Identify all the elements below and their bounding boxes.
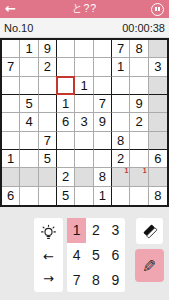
- cell-r1c9[interactable]: [149, 40, 167, 58]
- cell-r3c3[interactable]: [39, 77, 57, 95]
- sudoku-app-screen: ← と?? No.10 00:00:38 1978721315179463927…: [0, 0, 169, 300]
- cell-r4c9[interactable]: [149, 95, 167, 113]
- cell-r7c8[interactable]: [130, 150, 148, 168]
- app-header: ← と??: [0, 0, 169, 18]
- cell-r3c7[interactable]: [112, 77, 130, 95]
- cell-r6c9[interactable]: [149, 132, 167, 150]
- control-area: ← → 123456789 ✎: [0, 207, 169, 292]
- cell-r9c7[interactable]: [112, 187, 130, 205]
- cell-r9c6[interactable]: 1: [94, 187, 112, 205]
- pencil-note: 1: [124, 167, 128, 175]
- cell-r5c7[interactable]: [112, 113, 130, 131]
- hint-button[interactable]: [40, 224, 57, 242]
- cell-r6c6[interactable]: [94, 132, 112, 150]
- cell-r6c3[interactable]: 7: [39, 132, 57, 150]
- cell-r2c9[interactable]: 3: [149, 58, 167, 76]
- cell-r1c5[interactable]: [75, 40, 93, 58]
- keypad-digit-9[interactable]: 9: [106, 267, 125, 292]
- sudoku-board: 19787213151794639278152628116518: [0, 38, 169, 207]
- cell-r8c3[interactable]: [39, 168, 57, 186]
- arrow-left-icon: ←: [43, 249, 54, 264]
- number-pad: 123456789: [67, 218, 125, 292]
- next-button[interactable]: →: [43, 272, 54, 286]
- back-button[interactable]: ←: [5, 0, 25, 18]
- cell-r6c8[interactable]: [130, 132, 148, 150]
- cell-r6c4[interactable]: [57, 132, 75, 150]
- cell-r2c1[interactable]: 7: [2, 58, 20, 76]
- cell-r4c1[interactable]: [2, 95, 20, 113]
- cell-r8c1[interactable]: [2, 168, 20, 186]
- cell-r4c5[interactable]: [75, 95, 93, 113]
- cell-r9c5[interactable]: [75, 187, 93, 205]
- cell-r3c9[interactable]: [149, 77, 167, 95]
- cell-r7c5[interactable]: [75, 150, 93, 168]
- pause-button[interactable]: [144, 3, 164, 16]
- cell-r8c9[interactable]: [149, 168, 167, 186]
- pencil-icon: ✎: [142, 256, 156, 276]
- cell-r9c9[interactable]: 8: [149, 187, 167, 205]
- prev-button[interactable]: ←: [43, 250, 54, 264]
- cell-r2c8[interactable]: [130, 58, 148, 76]
- cell-r1c6[interactable]: [94, 40, 112, 58]
- lightbulb-icon: [40, 224, 57, 242]
- cell-r4c8[interactable]: 9: [130, 95, 148, 113]
- cell-r2c7[interactable]: 1: [112, 58, 130, 76]
- cell-r4c2[interactable]: 5: [20, 95, 38, 113]
- cell-r8c7[interactable]: 1: [112, 168, 130, 186]
- cell-r2c6[interactable]: [94, 58, 112, 76]
- cell-r5c9[interactable]: [149, 113, 167, 131]
- pencil-note: 1: [143, 167, 147, 175]
- puzzle-number: No.10: [4, 22, 33, 34]
- cell-r3c5[interactable]: 1: [75, 77, 93, 95]
- keypad-digit-5[interactable]: 5: [86, 243, 105, 268]
- keypad-digit-3[interactable]: 3: [106, 218, 125, 243]
- cell-r9c4[interactable]: 5: [57, 187, 75, 205]
- cell-r9c1[interactable]: 6: [2, 187, 20, 205]
- cell-r7c1[interactable]: 1: [2, 150, 20, 168]
- cell-r4c4[interactable]: 1: [57, 95, 75, 113]
- eraser-icon: [141, 222, 159, 240]
- cell-r7c4[interactable]: [57, 150, 75, 168]
- keypad-digit-2[interactable]: 2: [86, 218, 105, 243]
- cell-r8c8[interactable]: 1: [130, 168, 148, 186]
- tool-column: ✎: [135, 218, 164, 282]
- pause-icon: [151, 3, 164, 16]
- cell-r5c3[interactable]: [39, 113, 57, 131]
- cell-r3c1[interactable]: [2, 77, 20, 95]
- cell-r6c2[interactable]: [20, 132, 38, 150]
- cell-r6c5[interactable]: [75, 132, 93, 150]
- cell-r5c6[interactable]: 9: [94, 113, 112, 131]
- cell-r5c2[interactable]: 4: [20, 113, 38, 131]
- cell-r4c7[interactable]: [112, 95, 130, 113]
- cell-r9c3[interactable]: [39, 187, 57, 205]
- cell-r3c2[interactable]: [20, 77, 38, 95]
- cell-r9c8[interactable]: [130, 187, 148, 205]
- cell-r8c5[interactable]: [75, 168, 93, 186]
- keypad-digit-4[interactable]: 4: [67, 243, 86, 268]
- cell-r2c2[interactable]: [20, 58, 38, 76]
- cell-r5c5[interactable]: 3: [75, 113, 93, 131]
- back-arrow-icon: ←: [5, 1, 16, 16]
- cell-r3c6[interactable]: [94, 77, 112, 95]
- cell-r1c1[interactable]: [2, 40, 20, 58]
- keypad-digit-7[interactable]: 7: [67, 267, 86, 292]
- cell-r8c2[interactable]: [20, 168, 38, 186]
- cell-r6c1[interactable]: [2, 132, 20, 150]
- cell-r7c3[interactable]: 5: [39, 150, 57, 168]
- arrow-right-icon: →: [43, 271, 54, 286]
- eraser-button[interactable]: [136, 218, 163, 244]
- cell-r1c2[interactable]: 1: [20, 40, 38, 58]
- keypad-digit-1[interactable]: 1: [67, 218, 86, 243]
- timer: 00:00:38: [122, 22, 165, 34]
- cell-r2c3[interactable]: 2: [39, 58, 57, 76]
- nav-panel: ← →: [34, 218, 63, 292]
- cell-r8c6[interactable]: 8: [94, 168, 112, 186]
- cell-r1c8[interactable]: 8: [130, 40, 148, 58]
- cell-r5c4[interactable]: 6: [57, 113, 75, 131]
- cell-r3c4[interactable]: [57, 77, 75, 95]
- cell-r3c8[interactable]: [130, 77, 148, 95]
- cell-r1c3[interactable]: 9: [39, 40, 57, 58]
- status-bar: No.10 00:00:38: [0, 18, 169, 38]
- cell-r7c9[interactable]: 6: [149, 150, 167, 168]
- cell-r4c3[interactable]: [39, 95, 57, 113]
- cell-r7c2[interactable]: [20, 150, 38, 168]
- cell-r1c4[interactable]: [57, 40, 75, 58]
- cell-r7c6[interactable]: [94, 150, 112, 168]
- cell-r7c7[interactable]: 2: [112, 150, 130, 168]
- cell-r4c6[interactable]: 7: [94, 95, 112, 113]
- app-title: と??: [25, 2, 144, 16]
- cell-r9c2[interactable]: [20, 187, 38, 205]
- pencil-mode-button[interactable]: ✎: [135, 249, 164, 282]
- cell-r5c1[interactable]: [2, 113, 20, 131]
- cell-r2c4[interactable]: [57, 58, 75, 76]
- cell-r8c4[interactable]: 2: [57, 168, 75, 186]
- keypad-digit-8[interactable]: 8: [86, 267, 105, 292]
- cell-r6c7[interactable]: 8: [112, 132, 130, 150]
- cell-r5c8[interactable]: 2: [130, 113, 148, 131]
- keypad-digit-6[interactable]: 6: [106, 243, 125, 268]
- cell-r2c5[interactable]: [75, 58, 93, 76]
- cell-r1c7[interactable]: 7: [112, 40, 130, 58]
